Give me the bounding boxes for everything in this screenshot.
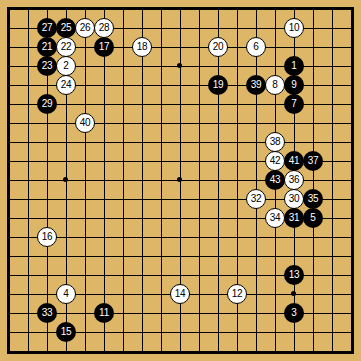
stone-13-black: 13 [284, 265, 304, 285]
stone-31-black: 31 [284, 208, 304, 228]
stone-41-black: 41 [284, 151, 304, 171]
stone-14-white: 14 [170, 284, 190, 304]
stone-20-white: 20 [208, 37, 228, 57]
stone-16-white: 16 [37, 227, 57, 247]
stone-25-black: 25 [56, 18, 76, 38]
stone-33-black: 33 [37, 303, 57, 323]
stone-9-black: 9 [284, 75, 304, 95]
go-board[interactable]: 1234567891011121314151617181920212223242… [0, 0, 361, 361]
stone-2-white: 2 [56, 56, 76, 76]
stone-42-white: 42 [265, 151, 285, 171]
stone-19-black: 19 [208, 75, 228, 95]
stone-36-white: 36 [284, 170, 304, 190]
stone-3-black: 3 [284, 303, 304, 323]
stone-43-black: 43 [265, 170, 285, 190]
stone-10-white: 10 [284, 18, 304, 38]
stone-40-white: 40 [75, 113, 95, 133]
stone-7-black: 7 [284, 94, 304, 114]
stone-15-black: 15 [56, 322, 76, 342]
stone-1-black: 1 [284, 56, 304, 76]
stone-22-white: 22 [56, 37, 76, 57]
star-point [177, 63, 182, 68]
stone-6-white: 6 [246, 37, 266, 57]
stone-21-black: 21 [37, 37, 57, 57]
stone-27-black: 27 [37, 18, 57, 38]
stone-37-black: 37 [303, 151, 323, 171]
stone-30-white: 30 [284, 189, 304, 209]
stone-18-white: 18 [132, 37, 152, 57]
star-point [177, 177, 182, 182]
stone-34-white: 34 [265, 208, 285, 228]
stone-4-white: 4 [56, 284, 76, 304]
stone-39-black: 39 [246, 75, 266, 95]
stone-29-black: 29 [37, 94, 57, 114]
stone-26-white: 26 [75, 18, 95, 38]
star-point [291, 291, 296, 296]
stone-5-black: 5 [303, 208, 323, 228]
stone-23-black: 23 [37, 56, 57, 76]
star-point [63, 177, 68, 182]
stone-17-black: 17 [94, 37, 114, 57]
stone-8-white: 8 [265, 75, 285, 95]
stone-32-white: 32 [246, 189, 266, 209]
stone-28-white: 28 [94, 18, 114, 38]
stone-38-white: 38 [265, 132, 285, 152]
stone-24-white: 24 [56, 75, 76, 95]
stone-11-black: 11 [94, 303, 114, 323]
stone-35-black: 35 [303, 189, 323, 209]
stone-12-white: 12 [227, 284, 247, 304]
